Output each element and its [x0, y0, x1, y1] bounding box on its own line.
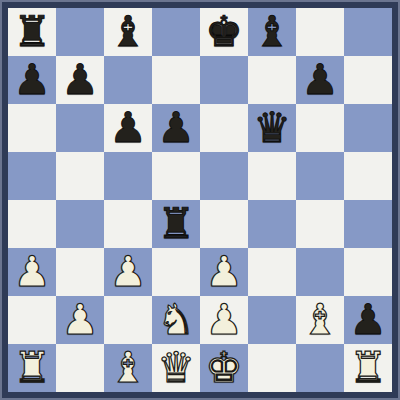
square-f1[interactable]	[248, 344, 296, 392]
square-d8[interactable]	[152, 8, 200, 56]
square-a3[interactable]: ♟	[8, 248, 56, 296]
square-c8[interactable]: ♝	[104, 8, 152, 56]
square-e5[interactable]	[200, 152, 248, 200]
square-c6[interactable]: ♟	[104, 104, 152, 152]
chess-board-frame: ♜♝♚♝♟♟♟♟♟♛♜♟♟♟♟♞♟♝♟♜♝♛♚♜	[0, 0, 400, 400]
square-f8[interactable]: ♝	[248, 8, 296, 56]
square-a5[interactable]	[8, 152, 56, 200]
piece-black-rook[interactable]: ♜	[13, 8, 51, 56]
piece-black-queen[interactable]: ♛	[253, 104, 291, 152]
piece-white-king[interactable]: ♚	[205, 344, 243, 392]
piece-white-bishop[interactable]: ♝	[109, 344, 147, 392]
piece-white-pawn[interactable]: ♟	[61, 296, 99, 344]
square-e7[interactable]	[200, 56, 248, 104]
square-e3[interactable]: ♟	[200, 248, 248, 296]
square-d5[interactable]	[152, 152, 200, 200]
square-d4[interactable]: ♜	[152, 200, 200, 248]
square-f4[interactable]	[248, 200, 296, 248]
square-f3[interactable]	[248, 248, 296, 296]
piece-white-rook[interactable]: ♜	[13, 344, 51, 392]
square-a1[interactable]: ♜	[8, 344, 56, 392]
piece-black-rook[interactable]: ♜	[157, 200, 195, 248]
square-h3[interactable]	[344, 248, 392, 296]
piece-black-bishop[interactable]: ♝	[253, 8, 291, 56]
piece-white-pawn[interactable]: ♟	[13, 248, 51, 296]
square-g6[interactable]	[296, 104, 344, 152]
square-f5[interactable]	[248, 152, 296, 200]
square-c4[interactable]	[104, 200, 152, 248]
piece-white-pawn[interactable]: ♟	[205, 248, 243, 296]
square-g5[interactable]	[296, 152, 344, 200]
square-a7[interactable]: ♟	[8, 56, 56, 104]
square-a4[interactable]	[8, 200, 56, 248]
square-g2[interactable]: ♝	[296, 296, 344, 344]
square-d2[interactable]: ♞	[152, 296, 200, 344]
square-g4[interactable]	[296, 200, 344, 248]
square-b2[interactable]: ♟	[56, 296, 104, 344]
square-b7[interactable]: ♟	[56, 56, 104, 104]
square-h8[interactable]	[344, 8, 392, 56]
piece-black-bishop[interactable]: ♝	[109, 8, 147, 56]
square-g1[interactable]	[296, 344, 344, 392]
piece-white-rook[interactable]: ♜	[349, 344, 387, 392]
square-e1[interactable]: ♚	[200, 344, 248, 392]
square-a2[interactable]	[8, 296, 56, 344]
square-a6[interactable]	[8, 104, 56, 152]
square-d7[interactable]	[152, 56, 200, 104]
chess-board: ♜♝♚♝♟♟♟♟♟♛♜♟♟♟♟♞♟♝♟♜♝♛♚♜	[8, 8, 392, 392]
square-h6[interactable]	[344, 104, 392, 152]
square-c2[interactable]	[104, 296, 152, 344]
square-c3[interactable]: ♟	[104, 248, 152, 296]
square-e4[interactable]	[200, 200, 248, 248]
square-b1[interactable]	[56, 344, 104, 392]
piece-white-queen[interactable]: ♛	[157, 344, 195, 392]
piece-black-pawn[interactable]: ♟	[349, 296, 387, 344]
square-f2[interactable]	[248, 296, 296, 344]
square-e2[interactable]: ♟	[200, 296, 248, 344]
square-b6[interactable]	[56, 104, 104, 152]
square-c5[interactable]	[104, 152, 152, 200]
square-e8[interactable]: ♚	[200, 8, 248, 56]
piece-white-bishop[interactable]: ♝	[301, 296, 339, 344]
piece-black-pawn[interactable]: ♟	[109, 104, 147, 152]
square-d6[interactable]: ♟	[152, 104, 200, 152]
square-g8[interactable]	[296, 8, 344, 56]
piece-black-king[interactable]: ♚	[205, 8, 243, 56]
square-c1[interactable]: ♝	[104, 344, 152, 392]
square-h7[interactable]	[344, 56, 392, 104]
square-h4[interactable]	[344, 200, 392, 248]
square-f6[interactable]: ♛	[248, 104, 296, 152]
square-h2[interactable]: ♟	[344, 296, 392, 344]
square-h1[interactable]: ♜	[344, 344, 392, 392]
piece-white-pawn[interactable]: ♟	[109, 248, 147, 296]
square-b8[interactable]	[56, 8, 104, 56]
square-f7[interactable]	[248, 56, 296, 104]
piece-black-pawn[interactable]: ♟	[157, 104, 195, 152]
piece-white-knight[interactable]: ♞	[157, 296, 195, 344]
square-g3[interactable]	[296, 248, 344, 296]
piece-black-pawn[interactable]: ♟	[13, 56, 51, 104]
square-a8[interactable]: ♜	[8, 8, 56, 56]
piece-black-pawn[interactable]: ♟	[61, 56, 99, 104]
piece-black-pawn[interactable]: ♟	[301, 56, 339, 104]
piece-white-pawn[interactable]: ♟	[205, 296, 243, 344]
square-d1[interactable]: ♛	[152, 344, 200, 392]
square-b3[interactable]	[56, 248, 104, 296]
square-h5[interactable]	[344, 152, 392, 200]
square-c7[interactable]	[104, 56, 152, 104]
square-e6[interactable]	[200, 104, 248, 152]
square-b4[interactable]	[56, 200, 104, 248]
square-b5[interactable]	[56, 152, 104, 200]
square-g7[interactable]: ♟	[296, 56, 344, 104]
square-d3[interactable]	[152, 248, 200, 296]
